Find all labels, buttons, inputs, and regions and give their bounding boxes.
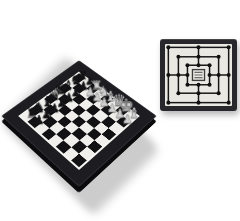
- morris-point: [176, 73, 180, 77]
- silver-knight-piece: ♞: [94, 84, 113, 97]
- morris-point: [227, 45, 231, 49]
- morris-point: [166, 101, 170, 105]
- morris-diagram: [165, 44, 232, 106]
- morris-point: [196, 55, 200, 59]
- silver-queen-piece: ♛: [109, 93, 129, 109]
- morris-point: [196, 63, 200, 67]
- morris-point: [185, 73, 189, 77]
- chess-board-trim: ♜♞♝♛♚♝♞♜♟♟♟♟♟♟♟♟♟♜♟♞♟♝♟♛♟♚♟♝: [18, 71, 140, 169]
- morris-board: [160, 39, 237, 111]
- silver-king-piece: ♚: [116, 97, 136, 114]
- morris-point: [208, 83, 212, 87]
- morris-point: [176, 91, 180, 95]
- morris-point: [176, 55, 180, 59]
- morris-point: [185, 63, 189, 67]
- morris-point: [196, 101, 200, 105]
- morris-point: [217, 73, 221, 77]
- morris-point: [208, 73, 212, 77]
- product-photo: ♜♞♝♛♚♝♞♜♟♟♟♟♟♟♟♟♟♜♟♞♟♝♟♛♟♚♟♝: [0, 0, 240, 221]
- morris-point: [227, 101, 231, 105]
- morris-field: [165, 44, 232, 106]
- chess-board: ♜♞♝♛♚♝♞♜♟♟♟♟♟♟♟♟♟♜♟♞♟♝♟♛♟♚♟♝: [1, 60, 157, 187]
- square-b7: ♟: [36, 110, 50, 122]
- morris-point: [166, 73, 170, 77]
- morris-point: [196, 83, 200, 87]
- morris-point: [196, 91, 200, 95]
- morris-point: [217, 91, 221, 95]
- morris-point: [185, 83, 189, 87]
- morris-point: [208, 63, 212, 67]
- morris-point: [227, 73, 231, 77]
- center-emblem: [192, 70, 204, 81]
- morris-point: [217, 55, 221, 59]
- chess-board-frame: ♜♞♝♛♚♝♞♜♟♟♟♟♟♟♟♟♟♜♟♞♟♝♟♛♟♚♟♝: [1, 60, 157, 187]
- morris-point: [196, 45, 200, 49]
- morris-point: [166, 45, 170, 49]
